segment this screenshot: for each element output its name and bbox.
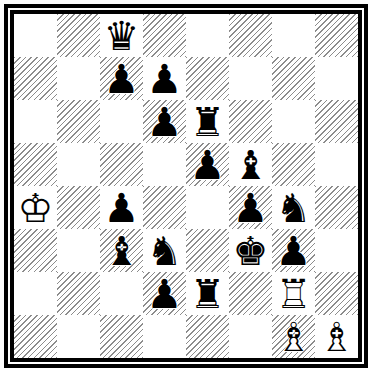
square-d1[interactable]	[143, 315, 186, 358]
piece-black-pawn: ♟	[272, 229, 315, 272]
square-c8[interactable]: ♛	[100, 14, 143, 57]
square-d7[interactable]: ♟	[143, 57, 186, 100]
square-e7[interactable]	[186, 57, 229, 100]
piece-black-king: ♚	[229, 229, 272, 272]
square-h7[interactable]	[315, 57, 358, 100]
square-g1[interactable]: ♝♗	[272, 315, 315, 358]
square-e6[interactable]: ♜	[186, 100, 229, 143]
square-f4[interactable]: ♟	[229, 186, 272, 229]
square-d3[interactable]: ♞	[143, 229, 186, 272]
square-d4[interactable]	[143, 186, 186, 229]
square-g3[interactable]: ♟	[272, 229, 315, 272]
square-b4[interactable]	[57, 186, 100, 229]
square-d6[interactable]: ♟	[143, 100, 186, 143]
square-b8[interactable]	[57, 14, 100, 57]
square-a8[interactable]	[14, 14, 57, 57]
outer-frame: ♛♟♟♟♜♟♝♚♔♟♟♞♝♞♚♟♟♜♜♖♝♗♝♗	[4, 4, 368, 368]
square-c3[interactable]: ♝	[100, 229, 143, 272]
piece-black-knight: ♞	[272, 186, 315, 229]
square-g8[interactable]	[272, 14, 315, 57]
square-c1[interactable]	[100, 315, 143, 358]
piece-white-bishop: ♝♗	[315, 315, 358, 358]
square-g7[interactable]	[272, 57, 315, 100]
piece-white-king: ♚♔	[14, 186, 57, 229]
square-d2[interactable]: ♟	[143, 272, 186, 315]
piece-black-pawn: ♟	[100, 186, 143, 229]
piece-black-rook: ♜	[186, 272, 229, 315]
square-f5[interactable]: ♝	[229, 143, 272, 186]
square-h5[interactable]	[315, 143, 358, 186]
square-b5[interactable]	[57, 143, 100, 186]
white-bishop-glyph: ♗	[315, 315, 358, 358]
square-a6[interactable]	[14, 100, 57, 143]
square-c6[interactable]	[100, 100, 143, 143]
piece-black-rook: ♜	[186, 100, 229, 143]
square-e1[interactable]	[186, 315, 229, 358]
square-b3[interactable]	[57, 229, 100, 272]
square-f1[interactable]	[229, 315, 272, 358]
square-b2[interactable]	[57, 272, 100, 315]
square-f7[interactable]	[229, 57, 272, 100]
square-f2[interactable]	[229, 272, 272, 315]
piece-white-rook: ♜♖	[272, 272, 315, 315]
square-g5[interactable]	[272, 143, 315, 186]
square-a4[interactable]: ♚♔	[14, 186, 57, 229]
square-a7[interactable]	[14, 57, 57, 100]
square-g6[interactable]	[272, 100, 315, 143]
square-c2[interactable]	[100, 272, 143, 315]
white-bishop-glyph: ♗	[272, 315, 315, 358]
square-e3[interactable]	[186, 229, 229, 272]
piece-black-pawn: ♟	[143, 272, 186, 315]
piece-black-knight: ♞	[143, 229, 186, 272]
square-f3[interactable]: ♚	[229, 229, 272, 272]
square-d8[interactable]	[143, 14, 186, 57]
square-e5[interactable]: ♟	[186, 143, 229, 186]
square-b1[interactable]	[57, 315, 100, 358]
square-h4[interactable]	[315, 186, 358, 229]
square-h3[interactable]	[315, 229, 358, 272]
chess-board: ♛♟♟♟♜♟♝♚♔♟♟♞♝♞♚♟♟♜♜♖♝♗♝♗	[14, 14, 358, 358]
piece-black-bishop: ♝	[100, 229, 143, 272]
square-g2[interactable]: ♜♖	[272, 272, 315, 315]
square-c4[interactable]: ♟	[100, 186, 143, 229]
square-c7[interactable]: ♟	[100, 57, 143, 100]
square-h6[interactable]	[315, 100, 358, 143]
square-a1[interactable]	[14, 315, 57, 358]
white-king-glyph: ♔	[14, 186, 57, 229]
white-rook-glyph: ♖	[272, 272, 315, 315]
piece-black-queen: ♛	[100, 14, 143, 57]
square-e8[interactable]	[186, 14, 229, 57]
square-b7[interactable]	[57, 57, 100, 100]
piece-black-bishop: ♝	[229, 143, 272, 186]
square-d5[interactable]	[143, 143, 186, 186]
square-e4[interactable]	[186, 186, 229, 229]
piece-black-pawn: ♟	[100, 57, 143, 100]
piece-black-pawn: ♟	[143, 100, 186, 143]
square-h2[interactable]	[315, 272, 358, 315]
square-c5[interactable]	[100, 143, 143, 186]
piece-black-pawn: ♟	[143, 57, 186, 100]
square-a3[interactable]	[14, 229, 57, 272]
square-f8[interactable]	[229, 14, 272, 57]
inner-frame: ♛♟♟♟♜♟♝♚♔♟♟♞♝♞♚♟♟♜♜♖♝♗♝♗	[10, 10, 362, 362]
piece-black-pawn: ♟	[186, 143, 229, 186]
square-e2[interactable]: ♜	[186, 272, 229, 315]
piece-white-bishop: ♝♗	[272, 315, 315, 358]
square-h8[interactable]	[315, 14, 358, 57]
square-a2[interactable]	[14, 272, 57, 315]
chess-diagram: ♛♟♟♟♜♟♝♚♔♟♟♞♝♞♚♟♟♜♜♖♝♗♝♗	[4, 4, 368, 368]
square-h1[interactable]: ♝♗	[315, 315, 358, 358]
square-f6[interactable]	[229, 100, 272, 143]
square-b6[interactable]	[57, 100, 100, 143]
square-a5[interactable]	[14, 143, 57, 186]
piece-black-pawn: ♟	[229, 186, 272, 229]
square-g4[interactable]: ♞	[272, 186, 315, 229]
